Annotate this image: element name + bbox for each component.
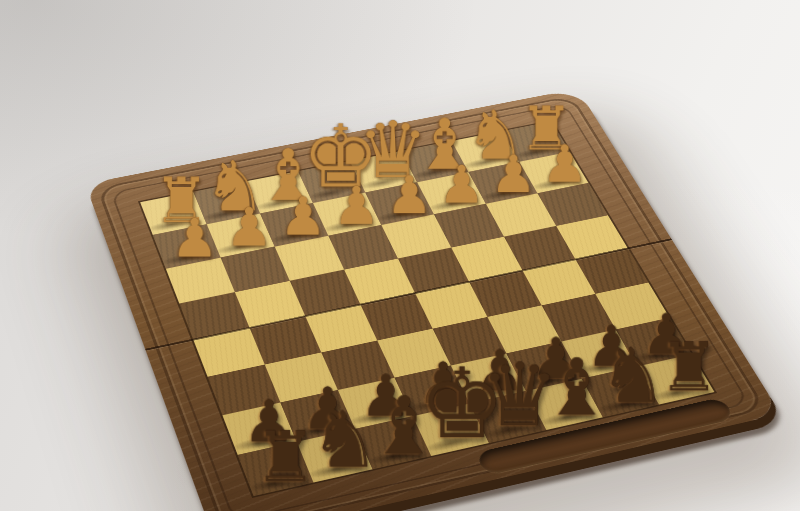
black-rook[interactable]: ♜ — [658, 334, 718, 401]
white-pawn[interactable]: ♟ — [170, 212, 218, 265]
board-perspective: ♜♞♝♚♛♝♞♜♟♟♟♟♟♟♟♟♟♟♟♟♟♟♟♟♜♞♝♚♛♝♞♜ — [0, 0, 800, 511]
white-pawn[interactable]: ♟ — [332, 180, 379, 233]
chess-board: ♜♞♝♚♛♝♞♜♟♟♟♟♟♟♟♟♟♟♟♟♟♟♟♟♜♞♝♚♛♝♞♜ — [85, 89, 781, 511]
white-pawn[interactable]: ♟ — [385, 170, 432, 222]
white-pawn[interactable]: ♟ — [490, 149, 536, 201]
white-pawn[interactable]: ♟ — [279, 191, 326, 244]
white-pawn[interactable]: ♟ — [541, 139, 587, 190]
black-knight[interactable]: ♞ — [309, 401, 379, 479]
black-rook[interactable]: ♜ — [254, 422, 317, 492]
studio-scene: ♜♞♝♚♛♝♞♜♟♟♟♟♟♟♟♟♟♟♟♟♟♟♟♟♜♞♝♚♛♝♞♜ — [0, 0, 800, 511]
white-pawn[interactable]: ♟ — [225, 201, 273, 254]
white-pawn[interactable]: ♟ — [438, 159, 485, 211]
